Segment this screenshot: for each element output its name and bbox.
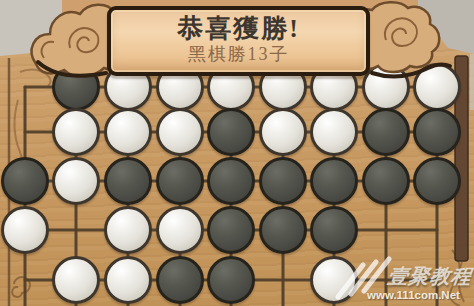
screen-right-edge xyxy=(470,54,474,110)
stone-black xyxy=(413,108,461,156)
stone-white xyxy=(52,108,100,156)
stone-black xyxy=(310,206,358,254)
victory-title: 恭喜獲勝! xyxy=(111,14,366,44)
victory-subtitle: 黑棋勝13子 xyxy=(111,44,366,64)
stone-white xyxy=(52,157,100,205)
stone-black xyxy=(1,157,49,205)
stone-black xyxy=(156,256,204,304)
stone-black xyxy=(259,157,307,205)
stone-white xyxy=(104,256,152,304)
stone-black xyxy=(259,206,307,254)
stone-black xyxy=(362,157,410,205)
stone-white xyxy=(104,206,152,254)
stone-black xyxy=(104,157,152,205)
watermark-url: www.111com.Net xyxy=(367,289,460,301)
stone-white xyxy=(259,108,307,156)
stone-black xyxy=(156,157,204,205)
victory-screen[interactable]: 恭喜獲勝! 黑棋勝13子 壹聚教程 www.111com.Net xyxy=(0,0,474,306)
victory-banner: 恭喜獲勝! 黑棋勝13子 xyxy=(107,6,370,76)
stone-black xyxy=(207,206,255,254)
stone-black xyxy=(207,256,255,304)
stone-black xyxy=(413,157,461,205)
stone-black xyxy=(207,157,255,205)
watermark-brand: 壹聚教程 xyxy=(386,263,474,290)
stone-white xyxy=(1,206,49,254)
stone-black xyxy=(207,108,255,156)
stone-black xyxy=(310,157,358,205)
stone-black xyxy=(362,108,410,156)
stone-white xyxy=(104,108,152,156)
stone-white xyxy=(310,108,358,156)
stone-white xyxy=(156,206,204,254)
stone-white xyxy=(156,108,204,156)
stone-white xyxy=(52,256,100,304)
